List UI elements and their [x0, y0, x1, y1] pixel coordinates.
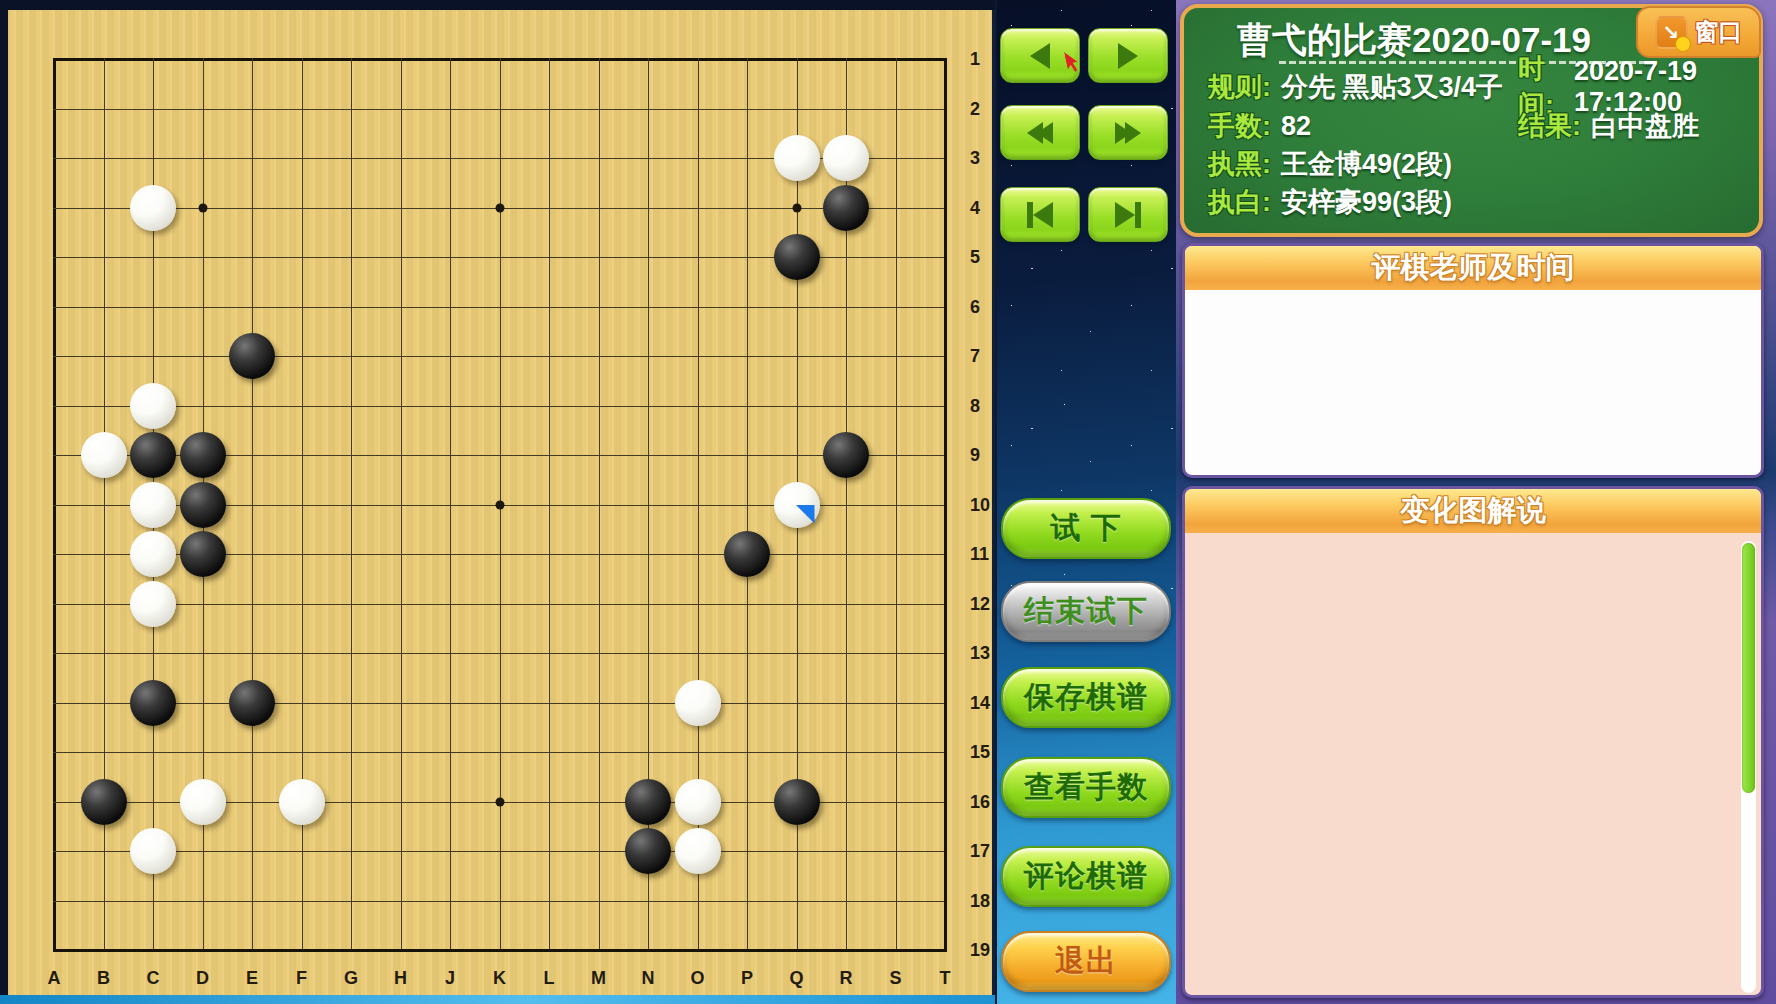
star-point: [792, 203, 801, 212]
column-label: N: [642, 968, 655, 989]
last-move-marker-icon: [796, 505, 815, 524]
skip-to-end-icon: [1115, 202, 1135, 228]
scrollbar-thumb[interactable]: [1742, 543, 1755, 793]
row-label: 10: [970, 494, 990, 515]
review-teacher-panel: 评棋老师及时间: [1182, 243, 1764, 478]
info-row-moves-result: 手数: 82 结果: 白中盘胜: [1208, 109, 1748, 143]
fast-back-button[interactable]: [1000, 105, 1080, 160]
right-arrow-icon: [1118, 43, 1138, 69]
column-label: S: [889, 968, 901, 989]
white-stone-C10[interactable]: [130, 482, 176, 528]
white-stone-Q10[interactable]: [774, 482, 820, 528]
row-label: 1: [970, 49, 980, 70]
black-stone-C9[interactable]: [130, 432, 176, 478]
black-stone-B16[interactable]: [81, 779, 127, 825]
moves-label: 手数:: [1208, 108, 1271, 144]
white-stone-F16[interactable]: [279, 779, 325, 825]
white-stone-R3[interactable]: [823, 135, 869, 181]
game-info-panel: 曹弋的比赛2020-07-19 ↘ 窗口 规则: 分先 黑贴3又3/4子 时间:…: [1180, 4, 1763, 237]
save-kifu-button[interactable]: 保存棋谱: [1001, 667, 1171, 728]
white-stone-C8[interactable]: [130, 383, 176, 429]
column-label: F: [296, 968, 307, 989]
row-label: 2: [970, 98, 980, 119]
column-label: Q: [789, 968, 803, 989]
white-player-value: 安梓豪99(3段): [1281, 184, 1452, 220]
row-label: 15: [970, 742, 990, 763]
last-move-button[interactable]: [1088, 187, 1168, 242]
grid-line: [53, 851, 947, 852]
rules-value: 分先 黑贴3又3/4子: [1281, 69, 1503, 105]
row-label: 17: [970, 841, 990, 862]
rules-label: 规则:: [1208, 69, 1271, 105]
next-move-button[interactable]: [1088, 28, 1168, 83]
row-label: 16: [970, 791, 990, 812]
first-move-button[interactable]: [1000, 187, 1080, 242]
left-arrow-icon: [1030, 43, 1050, 69]
column-label: G: [344, 968, 358, 989]
info-row-rules-time: 规则: 分先 黑贴3又3/4子 时间: 2020-7-19 17:12:00: [1208, 70, 1748, 104]
row-label: 11: [970, 544, 989, 565]
review-panel-header: 评棋老师及时间: [1185, 246, 1761, 290]
result-value: 白中盘胜: [1591, 108, 1699, 144]
grid-line: [53, 752, 947, 753]
black-stone-R4[interactable]: [823, 185, 869, 231]
black-stone-N17[interactable]: [625, 828, 671, 874]
end-trial-button[interactable]: 结束试下: [1001, 581, 1171, 642]
column-label: B: [97, 968, 110, 989]
board-area: ABCDEFGHJKLMNOPQRST123456789101112131415…: [0, 0, 995, 1004]
column-label: H: [394, 968, 407, 989]
grid-line: [53, 653, 947, 654]
black-stone-C14[interactable]: [130, 680, 176, 726]
grid-line: [599, 58, 600, 952]
column-label: J: [445, 968, 455, 989]
star-point: [495, 203, 504, 212]
white-stone-O14[interactable]: [675, 680, 721, 726]
black-stone-D9[interactable]: [180, 432, 226, 478]
star-point: [198, 203, 207, 212]
black-stone-D10[interactable]: [180, 482, 226, 528]
black-stone-E14[interactable]: [229, 680, 275, 726]
window-button-label: 窗口: [1695, 16, 1743, 48]
white-stone-C4[interactable]: [130, 185, 176, 231]
white-stone-B9[interactable]: [81, 432, 127, 478]
info-row-white-player: 执白: 安梓豪99(3段): [1208, 185, 1748, 219]
fast-forward-button[interactable]: [1088, 105, 1168, 160]
row-label: 19: [970, 940, 990, 961]
column-label: R: [840, 968, 853, 989]
column-label: K: [493, 968, 506, 989]
column-label: L: [544, 968, 555, 989]
black-player-value: 王金博49(2段): [1281, 146, 1452, 182]
white-stone-D16[interactable]: [180, 779, 226, 825]
black-stone-N16[interactable]: [625, 779, 671, 825]
row-label: 18: [970, 890, 990, 911]
white-stone-C11[interactable]: [130, 531, 176, 577]
exit-button[interactable]: 退出: [1001, 931, 1171, 992]
row-label: 6: [970, 296, 980, 317]
row-label: 13: [970, 643, 990, 664]
white-stone-C12[interactable]: [130, 581, 176, 627]
white-player-label: 执白:: [1208, 184, 1271, 220]
black-stone-Q5[interactable]: [774, 234, 820, 280]
star-point: [495, 500, 504, 509]
grid-line: [747, 58, 748, 952]
grid-line: [549, 58, 550, 952]
row-label: 8: [970, 395, 980, 416]
view-move-numbers-button[interactable]: 查看手数: [1001, 757, 1171, 818]
go-review-app-window: ABCDEFGHJKLMNOPQRST123456789101112131415…: [0, 0, 1776, 1004]
column-label: T: [940, 968, 951, 989]
grid-line: [944, 58, 947, 952]
go-board-panel[interactable]: ABCDEFGHJKLMNOPQRST123456789101112131415…: [8, 10, 995, 995]
column-label: P: [741, 968, 753, 989]
white-stone-C17[interactable]: [130, 828, 176, 874]
row-label: 5: [970, 247, 980, 268]
row-label: 7: [970, 346, 980, 367]
column-label: M: [591, 968, 606, 989]
white-stone-Q3[interactable]: [774, 135, 820, 181]
row-label: 9: [970, 445, 980, 466]
moves-value: 82: [1281, 111, 1311, 142]
variation-scrollbar[interactable]: [1741, 541, 1756, 993]
comment-kifu-button[interactable]: 评论棋谱: [1001, 846, 1171, 907]
row-label: 14: [970, 692, 990, 713]
row-label: 3: [970, 148, 980, 169]
jump-to-window-icon: ↘: [1655, 16, 1688, 49]
column-label: E: [246, 968, 258, 989]
column-label: D: [196, 968, 209, 989]
grid-line: [53, 949, 947, 952]
grid-line: [53, 703, 947, 704]
right-info-area: 曹弋的比赛2020-07-19 ↘ 窗口 规则: 分先 黑贴3又3/4子 时间:…: [1176, 0, 1776, 1004]
info-row-black-player: 执黑: 王金博49(2段): [1208, 147, 1748, 181]
black-player-label: 执黑:: [1208, 146, 1271, 182]
black-stone-P11[interactable]: [724, 531, 770, 577]
white-stone-O16[interactable]: [675, 779, 721, 825]
column-label: A: [48, 968, 61, 989]
black-stone-Q16[interactable]: [774, 779, 820, 825]
grid-line: [896, 58, 897, 952]
star-point: [495, 797, 504, 806]
column-label: C: [147, 968, 160, 989]
result-label: 结果:: [1518, 108, 1581, 144]
black-stone-D11[interactable]: [180, 531, 226, 577]
row-label: 4: [970, 197, 980, 218]
try-move-button[interactable]: 试 下: [1001, 498, 1171, 559]
black-stone-E7[interactable]: [229, 333, 275, 379]
variation-panel-header: 变化图解说: [1185, 489, 1761, 533]
white-stone-O17[interactable]: [675, 828, 721, 874]
grid-line: [53, 901, 947, 902]
grid-line: [53, 604, 947, 605]
variation-commentary-panel: 变化图解说: [1182, 486, 1764, 998]
row-label: 12: [970, 593, 990, 614]
column-label: O: [690, 968, 704, 989]
black-stone-R9[interactable]: [823, 432, 869, 478]
